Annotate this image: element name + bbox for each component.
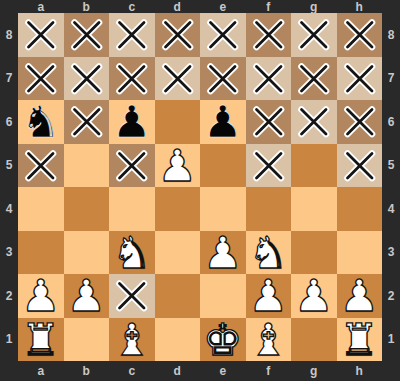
square-h6[interactable] bbox=[337, 100, 383, 144]
square-d5[interactable]: ♟ bbox=[155, 144, 201, 188]
square-c7[interactable] bbox=[109, 57, 155, 101]
file-label-g-bottom: g bbox=[291, 361, 337, 381]
square-c1[interactable]: ♝ bbox=[109, 318, 155, 362]
square-f8[interactable] bbox=[246, 13, 292, 57]
square-g3[interactable] bbox=[291, 231, 337, 275]
rank-label-6-left: 6 bbox=[0, 100, 18, 144]
x-mark bbox=[18, 57, 64, 101]
x-mark bbox=[337, 13, 383, 57]
square-b4[interactable] bbox=[64, 187, 110, 231]
x-mark bbox=[291, 100, 337, 144]
x-mark bbox=[337, 144, 383, 188]
rank-label-3-right: 3 bbox=[382, 231, 400, 275]
rank-label-8-left: 8 bbox=[0, 13, 18, 57]
x-mark bbox=[64, 57, 110, 101]
square-d2[interactable] bbox=[155, 274, 201, 318]
rank-label-2-left: 2 bbox=[0, 274, 18, 318]
square-a5[interactable] bbox=[18, 144, 64, 188]
square-c3[interactable]: ♞ bbox=[109, 231, 155, 275]
square-f5[interactable] bbox=[246, 144, 292, 188]
square-a6[interactable]: ♞ bbox=[18, 100, 64, 144]
square-e8[interactable] bbox=[200, 13, 246, 57]
rank-label-5-left: 5 bbox=[0, 144, 18, 188]
x-mark bbox=[109, 57, 155, 101]
white-pawn[interactable]: ♟ bbox=[158, 144, 197, 187]
square-e6[interactable]: ♟ bbox=[200, 100, 246, 144]
rank-label-7-left: 7 bbox=[0, 57, 18, 101]
x-mark bbox=[18, 13, 64, 57]
square-f3[interactable]: ♞ bbox=[246, 231, 292, 275]
square-f6[interactable] bbox=[246, 100, 292, 144]
square-d3[interactable] bbox=[155, 231, 201, 275]
white-pawn[interactable]: ♟ bbox=[203, 231, 242, 274]
x-mark bbox=[109, 144, 155, 188]
x-mark bbox=[155, 13, 201, 57]
white-pawn[interactable]: ♟ bbox=[340, 274, 379, 317]
file-label-d-top: d bbox=[155, 0, 201, 14]
rank-label-1-right: 1 bbox=[382, 318, 400, 362]
square-h5[interactable] bbox=[337, 144, 383, 188]
square-g5[interactable] bbox=[291, 144, 337, 188]
square-b3[interactable] bbox=[64, 231, 110, 275]
square-a1[interactable]: ♜ bbox=[18, 318, 64, 362]
x-mark bbox=[18, 144, 64, 188]
square-c2[interactable] bbox=[109, 274, 155, 318]
rank-label-6-right: 6 bbox=[382, 100, 400, 144]
rank-label-4-left: 4 bbox=[0, 187, 18, 231]
square-d8[interactable] bbox=[155, 13, 201, 57]
square-a7[interactable] bbox=[18, 57, 64, 101]
x-mark bbox=[64, 13, 110, 57]
square-h7[interactable] bbox=[337, 57, 383, 101]
square-c4[interactable] bbox=[109, 187, 155, 231]
square-g2[interactable]: ♟ bbox=[291, 274, 337, 318]
square-h8[interactable] bbox=[337, 13, 383, 57]
rank-label-7-right: 7 bbox=[382, 57, 400, 101]
square-e7[interactable] bbox=[200, 57, 246, 101]
file-label-b-top: b bbox=[64, 0, 110, 14]
file-label-a-top: a bbox=[18, 0, 64, 14]
file-labels-top: abcdefgh bbox=[18, 0, 382, 13]
white-pawn[interactable]: ♟ bbox=[294, 274, 333, 317]
square-b7[interactable] bbox=[64, 57, 110, 101]
square-b1[interactable] bbox=[64, 318, 110, 362]
white-pawn[interactable]: ♟ bbox=[249, 274, 288, 317]
white-king[interactable]: ♚ bbox=[203, 318, 242, 361]
square-b5[interactable] bbox=[64, 144, 110, 188]
square-d1[interactable] bbox=[155, 318, 201, 362]
white-pawn[interactable]: ♟ bbox=[67, 274, 106, 317]
square-g4[interactable] bbox=[291, 187, 337, 231]
square-c5[interactable] bbox=[109, 144, 155, 188]
file-label-g-top: g bbox=[291, 0, 337, 14]
rank-label-5-right: 5 bbox=[382, 144, 400, 188]
x-mark bbox=[291, 57, 337, 101]
file-label-b-bottom: b bbox=[64, 361, 110, 381]
square-h4[interactable] bbox=[337, 187, 383, 231]
rank-label-1-left: 1 bbox=[0, 318, 18, 362]
x-mark bbox=[246, 13, 292, 57]
white-rook[interactable]: ♜ bbox=[340, 318, 379, 361]
black-pawn[interactable]: ♟ bbox=[112, 100, 151, 143]
file-label-h-top: h bbox=[337, 0, 383, 14]
x-mark bbox=[109, 274, 155, 318]
square-e3[interactable]: ♟ bbox=[200, 231, 246, 275]
square-f7[interactable] bbox=[246, 57, 292, 101]
file-label-d-bottom: d bbox=[155, 361, 201, 381]
square-e4[interactable] bbox=[200, 187, 246, 231]
x-mark bbox=[200, 57, 246, 101]
white-knight[interactable]: ♞ bbox=[112, 231, 151, 274]
square-g6[interactable] bbox=[291, 100, 337, 144]
square-h3[interactable] bbox=[337, 231, 383, 275]
x-mark bbox=[64, 100, 110, 144]
x-mark bbox=[337, 57, 383, 101]
square-e1[interactable]: ♚ bbox=[200, 318, 246, 362]
square-a3[interactable] bbox=[18, 231, 64, 275]
rank-labels-left: 87654321 bbox=[0, 13, 18, 361]
x-mark bbox=[200, 13, 246, 57]
x-mark bbox=[246, 144, 292, 188]
square-a8[interactable] bbox=[18, 13, 64, 57]
x-mark bbox=[337, 100, 383, 144]
square-e2[interactable] bbox=[200, 274, 246, 318]
square-d6[interactable] bbox=[155, 100, 201, 144]
file-label-f-top: f bbox=[246, 0, 292, 14]
rank-label-2-right: 2 bbox=[382, 274, 400, 318]
board: ♞♟♟♟♞♟♞♟♟♟♟♟♜♝♚♝♜ bbox=[18, 13, 382, 361]
square-e5[interactable] bbox=[200, 144, 246, 188]
rank-label-3-left: 3 bbox=[0, 231, 18, 275]
black-knight[interactable]: ♞ bbox=[21, 100, 60, 143]
square-c8[interactable] bbox=[109, 13, 155, 57]
white-knight[interactable]: ♞ bbox=[249, 231, 288, 274]
square-a2[interactable]: ♟ bbox=[18, 274, 64, 318]
white-bishop[interactable]: ♝ bbox=[112, 318, 151, 361]
file-label-e-top: e bbox=[200, 0, 246, 14]
x-mark bbox=[155, 57, 201, 101]
square-c6[interactable]: ♟ bbox=[109, 100, 155, 144]
x-mark bbox=[109, 13, 155, 57]
square-a4[interactable] bbox=[18, 187, 64, 231]
square-g7[interactable] bbox=[291, 57, 337, 101]
black-pawn[interactable]: ♟ bbox=[203, 100, 242, 143]
file-labels-bottom: abcdefgh bbox=[18, 361, 382, 381]
square-g1[interactable] bbox=[291, 318, 337, 362]
square-d7[interactable] bbox=[155, 57, 201, 101]
white-pawn[interactable]: ♟ bbox=[21, 274, 60, 317]
square-g8[interactable] bbox=[291, 13, 337, 57]
square-b2[interactable]: ♟ bbox=[64, 274, 110, 318]
square-f4[interactable] bbox=[246, 187, 292, 231]
square-b6[interactable] bbox=[64, 100, 110, 144]
chessboard-frame: abcdefgh abcdefgh 87654321 87654321 ♞♟♟♟… bbox=[0, 0, 400, 381]
square-b8[interactable] bbox=[64, 13, 110, 57]
rank-label-8-right: 8 bbox=[382, 13, 400, 57]
square-h1[interactable]: ♜ bbox=[337, 318, 383, 362]
x-mark bbox=[246, 57, 292, 101]
file-label-c-top: c bbox=[109, 0, 155, 14]
white-rook[interactable]: ♜ bbox=[21, 318, 60, 361]
square-f1[interactable]: ♝ bbox=[246, 318, 292, 362]
x-mark bbox=[246, 100, 292, 144]
square-f2[interactable]: ♟ bbox=[246, 274, 292, 318]
square-h2[interactable]: ♟ bbox=[337, 274, 383, 318]
rank-label-4-right: 4 bbox=[382, 187, 400, 231]
x-mark bbox=[291, 13, 337, 57]
white-bishop[interactable]: ♝ bbox=[249, 318, 288, 361]
rank-labels-right: 87654321 bbox=[382, 13, 400, 361]
square-d4[interactable] bbox=[155, 187, 201, 231]
